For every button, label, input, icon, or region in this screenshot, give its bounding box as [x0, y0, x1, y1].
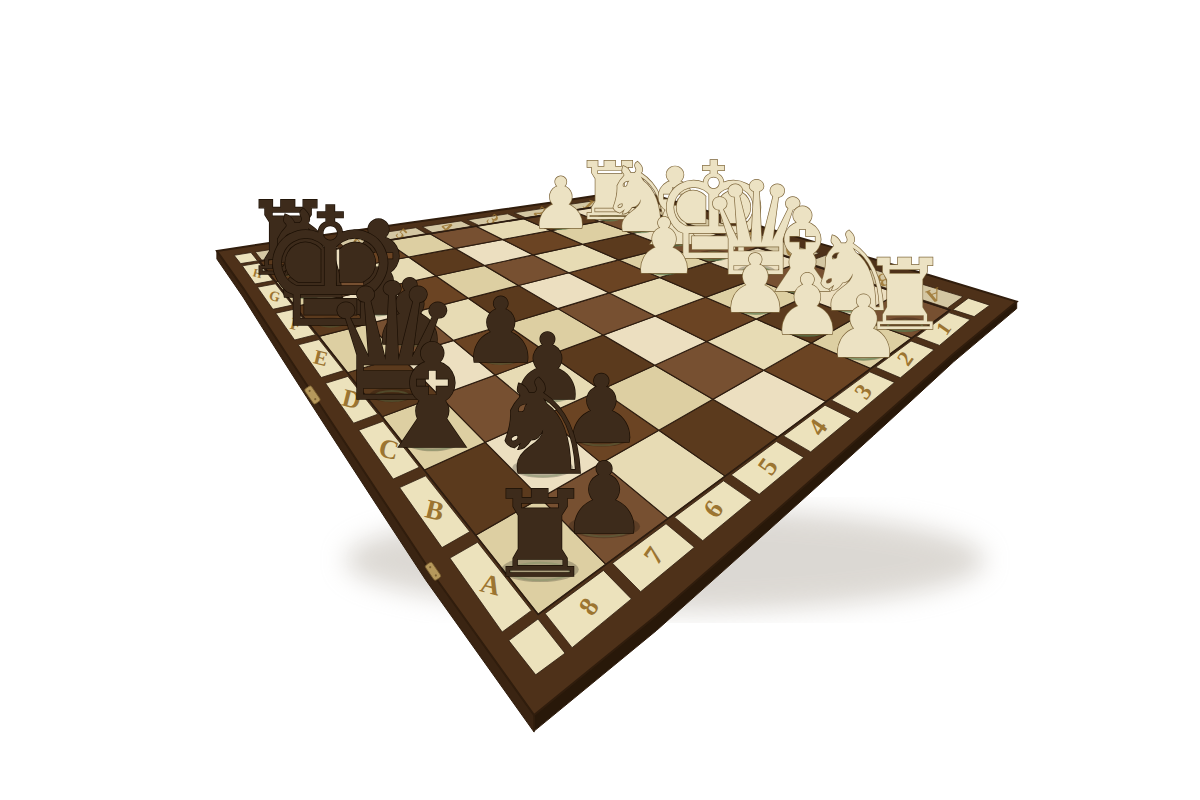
piece-black-rook-a8[interactable]: ♜ — [486, 465, 594, 604]
piece-white-pawn-a2[interactable]: ♟ — [825, 277, 902, 377]
piece-black-bishop-c8[interactable]: ♝ — [368, 313, 497, 481]
piece-white-pawn-h2[interactable]: ♟ — [529, 162, 593, 245]
chess-photo-stage: ABCDEFGH87654321ABCDEFGH87654321♜♟♞♝♚♟♛♜… — [0, 0, 1200, 800]
piece-white-pawn-e2[interactable]: ♟ — [630, 202, 699, 291]
chessboard: ABCDEFGH87654321ABCDEFGH87654321♜♟♞♝♚♟♛♜… — [0, 0, 1200, 800]
